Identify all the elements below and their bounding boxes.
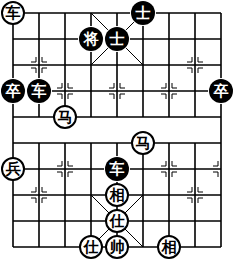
piece-black-advisor[interactable]: 士: [105, 27, 129, 51]
piece-red-chariot[interactable]: 车: [1, 1, 25, 25]
piece-red-elephant[interactable]: 相: [105, 183, 129, 207]
piece-red-soldier[interactable]: 兵: [1, 157, 25, 181]
piece-black-chariot[interactable]: 车: [27, 79, 51, 103]
xiangqi-board[interactable]: 车士将士卒车卒马马兵车相仕仕帅相: [0, 0, 234, 260]
piece-black-advisor[interactable]: 士: [131, 1, 155, 25]
piece-red-horse[interactable]: 马: [131, 131, 155, 155]
piece-red-horse[interactable]: 马: [53, 105, 77, 129]
piece-red-elephant[interactable]: 相: [157, 235, 181, 259]
piece-black-chariot[interactable]: 车: [105, 157, 129, 181]
piece-red-general[interactable]: 帅: [105, 235, 129, 259]
piece-red-advisor[interactable]: 仕: [105, 209, 129, 233]
piece-black-general[interactable]: 将: [79, 27, 103, 51]
piece-red-advisor[interactable]: 仕: [79, 235, 103, 259]
piece-black-soldier[interactable]: 卒: [209, 79, 233, 103]
piece-black-soldier[interactable]: 卒: [1, 79, 25, 103]
